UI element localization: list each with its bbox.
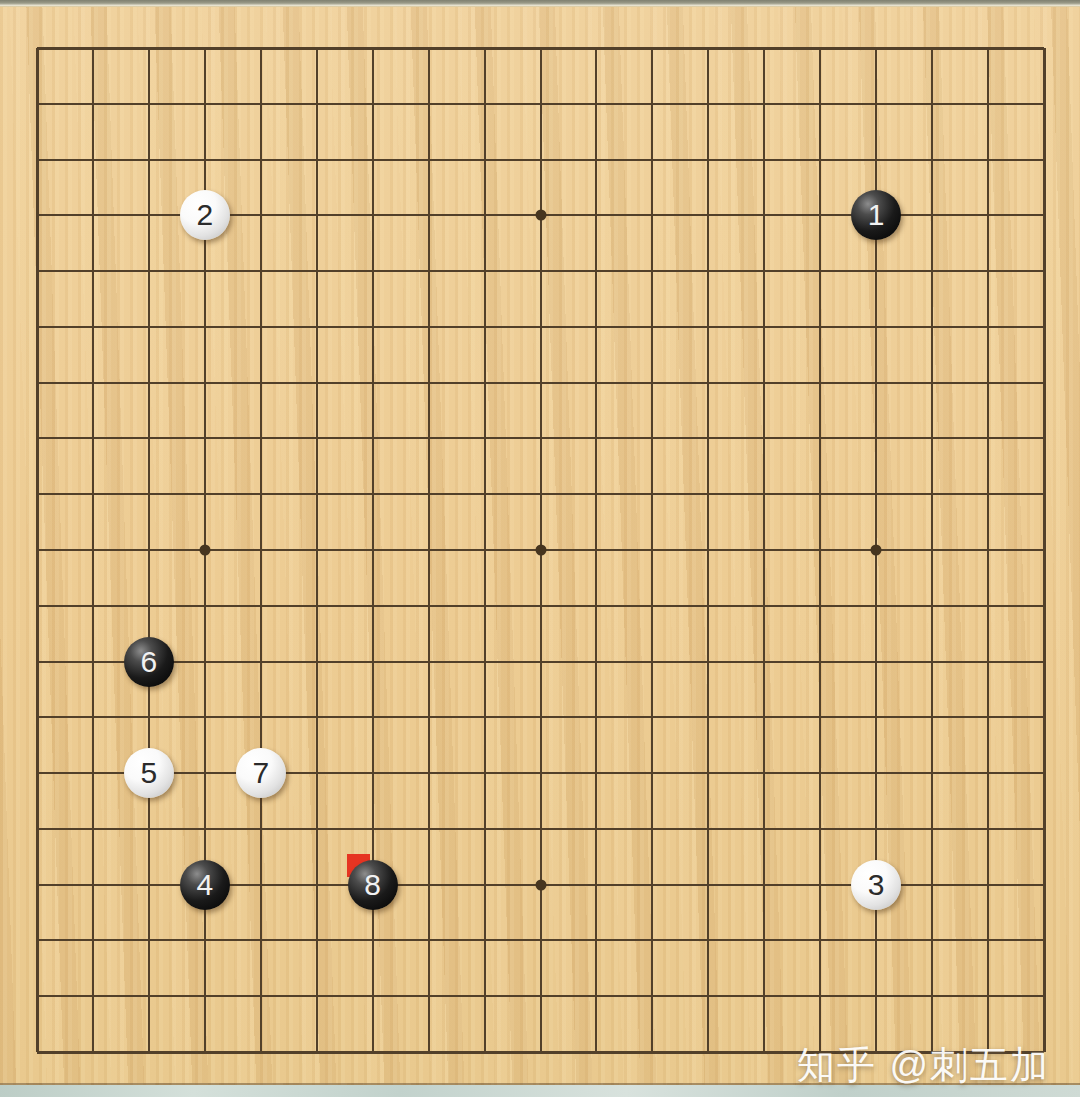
board-top-edge (0, 0, 1080, 7)
stone-black-6-C8: 6 (124, 637, 174, 687)
grid-hline (37, 828, 1044, 830)
star-point (535, 545, 546, 556)
grid-vline (819, 48, 821, 1052)
grid-hline (37, 605, 1044, 607)
grid-vline (651, 48, 653, 1052)
grid-vline (595, 48, 597, 1052)
star-point (871, 545, 882, 556)
stone-white-3-Q4: 3 (851, 860, 901, 910)
star-point (535, 210, 546, 221)
go-board-diagram: 12345678 知乎 @刺五加 (0, 0, 1080, 1097)
grid-vline (931, 48, 933, 1052)
stone-black-4-D4: 4 (180, 860, 230, 910)
grid-vline (987, 48, 989, 1052)
grid-hline (37, 661, 1044, 663)
stone-black-1-Q16: 1 (851, 190, 901, 240)
stone-white-5-C6: 5 (124, 748, 174, 798)
stone-white-7-E6: 7 (236, 748, 286, 798)
grid-lines: 12345678 (37, 48, 1044, 1052)
stone-white-2-D16: 2 (180, 190, 230, 240)
grid-hline (37, 716, 1044, 718)
grid-hline (37, 939, 1044, 941)
star-point (535, 879, 546, 890)
grid-hline (37, 995, 1044, 997)
grid-vline (1043, 48, 1046, 1052)
grid-hline (37, 772, 1044, 774)
grid-vline (707, 48, 709, 1052)
board-surface: 12345678 (0, 7, 1080, 1085)
star-point (199, 545, 210, 556)
watermark: 知乎 @刺五加 (797, 1040, 1050, 1091)
grid-vline (763, 48, 765, 1052)
stone-black-8-G4: 8 (348, 860, 398, 910)
